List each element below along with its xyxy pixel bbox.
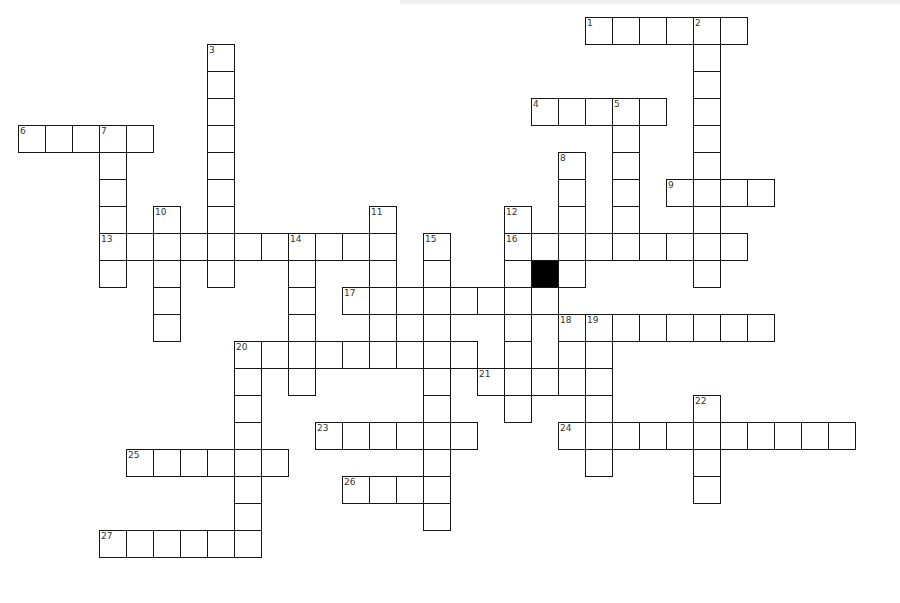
clue-number: 15 — [425, 234, 436, 244]
grid-cell[interactable]: 21 — [477, 368, 505, 396]
grid-cell[interactable] — [369, 341, 397, 369]
grid-cell[interactable] — [666, 314, 694, 342]
grid-cell[interactable] — [261, 341, 289, 369]
grid-cell[interactable] — [720, 314, 748, 342]
grid-cell[interactable] — [720, 17, 748, 45]
grid-cell[interactable] — [288, 341, 316, 369]
grid-cell[interactable] — [207, 71, 235, 99]
grid-cell[interactable]: 25 — [126, 449, 154, 477]
grid-cell[interactable] — [180, 449, 208, 477]
clue-number: 23 — [317, 423, 328, 433]
grid-cell[interactable] — [234, 476, 262, 504]
clue-number: 4 — [533, 99, 539, 109]
clue-number: 25 — [128, 450, 139, 460]
grid-cell[interactable]: 8 — [558, 152, 586, 180]
grid-cell[interactable] — [423, 368, 451, 396]
grid-cell[interactable] — [693, 206, 721, 234]
grid-cell[interactable] — [693, 98, 721, 126]
grid-cell[interactable] — [639, 17, 667, 45]
grid-cell[interactable] — [558, 368, 586, 396]
grid-cell[interactable] — [234, 368, 262, 396]
grid-cell[interactable] — [234, 449, 262, 477]
grid-cell[interactable] — [585, 395, 613, 423]
grid-cell[interactable] — [423, 260, 451, 288]
grid-cell[interactable] — [747, 314, 775, 342]
grid-cell[interactable] — [423, 449, 451, 477]
grid-cell[interactable]: 6 — [18, 125, 46, 153]
grid-cell[interactable] — [585, 233, 613, 261]
grid-cell[interactable] — [585, 368, 613, 396]
grid-cell[interactable] — [639, 98, 667, 126]
grid-cell[interactable] — [693, 314, 721, 342]
clue-number: 12 — [506, 207, 517, 217]
grid-cell[interactable] — [693, 233, 721, 261]
grid-cell[interactable] — [126, 125, 154, 153]
grid-cell[interactable] — [153, 287, 181, 315]
grid-cell[interactable] — [207, 449, 235, 477]
clue-number: 17 — [344, 288, 355, 298]
grid-cell[interactable] — [585, 98, 613, 126]
grid-cell[interactable] — [207, 98, 235, 126]
clue-number: 19 — [587, 315, 598, 325]
grid-cell[interactable] — [234, 395, 262, 423]
grid-cell[interactable] — [693, 125, 721, 153]
grid-cell[interactable] — [558, 179, 586, 207]
grid-cell[interactable] — [342, 422, 370, 450]
clue-number: 11 — [371, 207, 382, 217]
grid-cell[interactable] — [720, 179, 748, 207]
grid-cell[interactable] — [261, 449, 289, 477]
grid-cell[interactable] — [558, 233, 586, 261]
grid-cell[interactable]: 2 — [693, 17, 721, 45]
grid-cell[interactable] — [396, 341, 424, 369]
grid-cell[interactable] — [558, 98, 586, 126]
grid-cell[interactable] — [369, 233, 397, 261]
grid-cell[interactable]: 13 — [99, 233, 127, 261]
grid-cell[interactable]: 22 — [693, 395, 721, 423]
grid-cell[interactable] — [207, 260, 235, 288]
grid-cell[interactable] — [153, 233, 181, 261]
grid-cell[interactable] — [126, 530, 154, 558]
grid-cell[interactable] — [801, 422, 829, 450]
grid-cell[interactable] — [828, 422, 856, 450]
grid-cell[interactable] — [99, 260, 127, 288]
grid-cell[interactable] — [747, 422, 775, 450]
grid-cell[interactable] — [693, 152, 721, 180]
grid-cell[interactable] — [666, 422, 694, 450]
grid-cell[interactable] — [342, 341, 370, 369]
grid-cell[interactable] — [693, 422, 721, 450]
grid-cell[interactable] — [423, 503, 451, 531]
black-cell — [531, 260, 559, 288]
grid-cell[interactable]: 27 — [99, 530, 127, 558]
grid-cell[interactable] — [612, 179, 640, 207]
grid-cell[interactable] — [639, 314, 667, 342]
grid-cell[interactable] — [99, 179, 127, 207]
clue-number: 16 — [506, 234, 517, 244]
grid-cell[interactable] — [45, 125, 73, 153]
grid-cell[interactable] — [423, 422, 451, 450]
grid-cell[interactable]: 16 — [504, 233, 532, 261]
grid-cell[interactable] — [666, 17, 694, 45]
grid-cell[interactable] — [396, 422, 424, 450]
grid-cell[interactable] — [504, 368, 532, 396]
crossword-grid: 1234567891011121314151617181920212223242… — [18, 17, 856, 558]
grid-cell[interactable] — [99, 206, 127, 234]
grid-cell[interactable]: 20 — [234, 341, 262, 369]
grid-cell[interactable] — [207, 233, 235, 261]
grid-cell[interactable] — [720, 233, 748, 261]
grid-cell[interactable] — [720, 422, 748, 450]
grid-cell[interactable]: 17 — [342, 287, 370, 315]
clue-number: 7 — [101, 126, 107, 136]
grid-cell[interactable]: 4 — [531, 98, 559, 126]
grid-cell[interactable] — [774, 422, 802, 450]
grid-cell[interactable]: 5 — [612, 98, 640, 126]
grid-cell[interactable] — [369, 287, 397, 315]
clue-number: 14 — [290, 234, 301, 244]
clue-number: 1 — [587, 18, 593, 28]
grid-cell[interactable] — [153, 530, 181, 558]
grid-cell[interactable] — [423, 287, 451, 315]
grid-cell[interactable] — [99, 152, 127, 180]
grid-cell[interactable]: 3 — [207, 44, 235, 72]
clue-number: 10 — [155, 207, 166, 217]
grid-cell[interactable] — [693, 260, 721, 288]
grid-cell[interactable]: 15 — [423, 233, 451, 261]
grid-cell[interactable] — [369, 314, 397, 342]
grid-cell[interactable]: 12 — [504, 206, 532, 234]
clue-number: 3 — [209, 45, 215, 55]
grid-cell[interactable] — [207, 125, 235, 153]
crossword-page: 1234567891011121314151617181920212223242… — [0, 0, 900, 603]
grid-cell[interactable] — [558, 260, 586, 288]
grid-cell[interactable] — [234, 422, 262, 450]
grid-cell[interactable] — [423, 395, 451, 423]
grid-cell[interactable] — [288, 314, 316, 342]
grid-cell[interactable] — [450, 287, 478, 315]
grid-cell[interactable]: 19 — [585, 314, 613, 342]
grid-cell[interactable] — [693, 179, 721, 207]
top-edge-strip — [400, 0, 900, 4]
grid-cell[interactable] — [504, 260, 532, 288]
clue-number: 21 — [479, 369, 490, 379]
grid-cell[interactable] — [612, 206, 640, 234]
grid-cell[interactable] — [153, 260, 181, 288]
grid-cell[interactable] — [693, 44, 721, 72]
grid-cell[interactable] — [207, 206, 235, 234]
grid-cell[interactable]: 9 — [666, 179, 694, 207]
grid-cell[interactable] — [531, 368, 559, 396]
clue-number: 6 — [20, 126, 26, 136]
grid-cell[interactable] — [585, 449, 613, 477]
grid-cell[interactable] — [234, 503, 262, 531]
grid-cell[interactable] — [261, 233, 289, 261]
grid-cell[interactable] — [612, 233, 640, 261]
grid-cell[interactable] — [180, 233, 208, 261]
grid-cell[interactable] — [423, 314, 451, 342]
grid-cell[interactable] — [234, 233, 262, 261]
grid-cell[interactable]: 18 — [558, 314, 586, 342]
grid-cell[interactable] — [450, 341, 478, 369]
grid-cell[interactable] — [396, 476, 424, 504]
grid-cell[interactable] — [585, 341, 613, 369]
grid-cell[interactable] — [612, 125, 640, 153]
grid-cell[interactable] — [315, 233, 343, 261]
grid-cell[interactable] — [477, 287, 505, 315]
grid-cell[interactable] — [504, 341, 532, 369]
grid-cell[interactable]: 26 — [342, 476, 370, 504]
clue-number: 13 — [101, 234, 112, 244]
grid-cell[interactable] — [693, 449, 721, 477]
grid-cell[interactable] — [585, 422, 613, 450]
grid-cell[interactable]: 23 — [315, 422, 343, 450]
clue-number: 27 — [101, 531, 112, 541]
grid-cell[interactable]: 10 — [153, 206, 181, 234]
grid-cell[interactable] — [558, 206, 586, 234]
clue-number: 9 — [668, 180, 674, 190]
grid-cell[interactable] — [126, 233, 154, 261]
grid-cell[interactable] — [693, 476, 721, 504]
grid-cell[interactable]: 1 — [585, 17, 613, 45]
grid-cell[interactable] — [504, 287, 532, 315]
clue-number: 8 — [560, 153, 566, 163]
grid-cell[interactable] — [612, 17, 640, 45]
clue-number: 2 — [695, 18, 701, 28]
grid-cell[interactable] — [369, 422, 397, 450]
grid-cell[interactable] — [153, 449, 181, 477]
grid-cell[interactable] — [423, 341, 451, 369]
grid-cell[interactable] — [288, 260, 316, 288]
grid-cell[interactable] — [531, 233, 559, 261]
clue-number: 22 — [695, 396, 706, 406]
grid-cell[interactable] — [369, 260, 397, 288]
grid-cell[interactable] — [450, 422, 478, 450]
grid-cell[interactable] — [207, 179, 235, 207]
grid-cell[interactable] — [369, 476, 397, 504]
grid-cell[interactable] — [558, 341, 586, 369]
grid-cell[interactable] — [342, 233, 370, 261]
clue-number: 18 — [560, 315, 571, 325]
grid-cell[interactable] — [288, 287, 316, 315]
grid-cell[interactable] — [504, 395, 532, 423]
grid-cell[interactable] — [639, 422, 667, 450]
grid-cell[interactable] — [153, 314, 181, 342]
grid-cell[interactable]: 11 — [369, 206, 397, 234]
grid-cell[interactable] — [747, 179, 775, 207]
grid-cell[interactable] — [612, 314, 640, 342]
grid-cell[interactable] — [612, 422, 640, 450]
grid-cell[interactable] — [612, 152, 640, 180]
grid-cell[interactable] — [693, 71, 721, 99]
grid-cell[interactable] — [180, 530, 208, 558]
grid-cell[interactable] — [207, 152, 235, 180]
clue-number: 20 — [236, 342, 247, 352]
clue-number: 24 — [560, 423, 571, 433]
grid-cell[interactable] — [396, 287, 424, 315]
clue-number: 5 — [614, 99, 620, 109]
grid-cell[interactable] — [288, 368, 316, 396]
grid-cell[interactable] — [72, 125, 100, 153]
grid-cell[interactable] — [639, 233, 667, 261]
clue-number: 26 — [344, 477, 355, 487]
grid-cell[interactable] — [207, 530, 235, 558]
grid-cell[interactable]: 7 — [99, 125, 127, 153]
grid-cell[interactable] — [504, 314, 532, 342]
grid-cell[interactable] — [315, 341, 343, 369]
grid-cell[interactable]: 14 — [288, 233, 316, 261]
grid-cell[interactable] — [234, 530, 262, 558]
grid-cell[interactable]: 24 — [558, 422, 586, 450]
grid-cell[interactable] — [666, 233, 694, 261]
grid-cell[interactable] — [423, 476, 451, 504]
grid-cell[interactable] — [531, 287, 559, 315]
